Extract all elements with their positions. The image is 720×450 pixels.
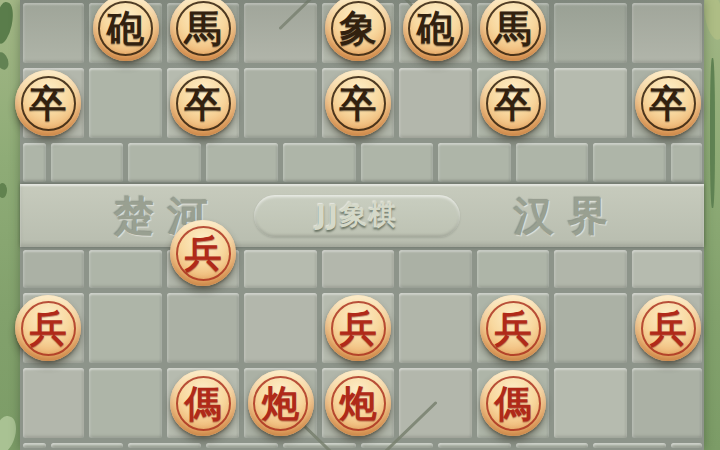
piece-black-pawn[interactable]: 卒 [325,70,391,136]
piece-red-pawn[interactable]: 兵 [480,295,546,361]
stone-tile[interactable] [89,293,162,363]
stone-tile[interactable] [399,293,472,363]
piece-red-pawn[interactable]: 兵 [15,295,81,361]
xiangqi-game-screen: 楚河 JJ象棋 汉界 砲馬象砲馬卒卒卒卒卒兵兵兵兵兵傌炮炮傌 [0,0,720,450]
stone-tile[interactable] [671,443,702,448]
stone-tile[interactable] [128,143,201,182]
stone-tile[interactable] [554,250,627,289]
jj-xiangqi-logo-text: JJ象棋 [316,197,398,233]
piece-character: 兵 [650,310,687,347]
point-marker [112,389,140,417]
stone-tile[interactable] [23,368,85,438]
piece-red-cannon[interactable]: 炮 [248,370,314,436]
stone-tile[interactable] [399,68,472,138]
river-label-han-jie: 汉界 [514,188,622,243]
stone-tile[interactable] [23,250,85,289]
stone-tile[interactable] [244,293,317,363]
stone-tile[interactable] [206,443,279,448]
stone-tile[interactable] [516,443,589,448]
piece-character: 卒 [495,85,532,122]
stone-tile[interactable] [632,368,702,438]
stone-tile[interactable] [23,143,46,182]
stone-tile[interactable] [283,443,356,448]
stone-tile[interactable] [244,250,317,289]
stone-tile[interactable] [51,143,124,182]
stone-tile[interactable] [51,443,124,448]
piece-character: 炮 [262,385,299,422]
piece-character: 兵 [495,310,532,347]
piece-character: 兵 [30,310,67,347]
stone-tile[interactable] [23,443,46,448]
stone-tile[interactable] [244,68,317,138]
stone-tile[interactable] [23,3,85,64]
piece-red-pawn[interactable]: 兵 [635,295,701,361]
river-band: 楚河 JJ象棋 汉界 [20,184,704,247]
leaf-decoration [0,414,20,450]
piece-character: 兵 [340,310,377,347]
piece-character: 炮 [340,385,377,422]
stone-tile[interactable] [554,68,627,138]
stone-tile[interactable] [322,250,395,289]
point-marker [577,389,605,417]
piece-character: 馬 [185,10,222,47]
piece-black-pawn[interactable]: 卒 [15,70,81,136]
piece-character: 傌 [495,385,532,422]
stone-tile[interactable] [89,250,162,289]
piece-character: 兵 [185,235,222,272]
stone-tile[interactable] [399,250,472,289]
stone-tile[interactable] [128,443,201,448]
piece-character: 象 [340,10,377,47]
stone-tile[interactable] [554,293,627,363]
stone-tile[interactable] [438,143,511,182]
piece-character: 卒 [340,85,377,122]
stone-tile[interactable] [593,443,666,448]
piece-red-pawn[interactable]: 兵 [325,295,391,361]
piece-character: 卒 [650,85,687,122]
piece-character: 馬 [495,10,532,47]
piece-black-pawn[interactable]: 卒 [635,70,701,136]
piece-character: 砲 [417,10,454,47]
stone-tile[interactable] [244,3,317,64]
stone-tile[interactable] [206,143,279,182]
piece-character: 砲 [107,10,144,47]
piece-black-pawn[interactable]: 卒 [480,70,546,136]
stone-tile[interactable] [516,143,589,182]
stone-tile[interactable] [283,143,356,182]
jj-xiangqi-logo-pill: JJ象棋 [254,195,460,237]
stone-tile[interactable] [438,443,511,448]
piece-character: 卒 [185,85,222,122]
leaf-decoration [0,1,16,45]
xiangqi-board[interactable]: 楚河 JJ象棋 汉界 砲馬象砲馬卒卒卒卒卒兵兵兵兵兵傌炮炮傌 [20,0,704,450]
stone-tile[interactable] [477,250,550,289]
piece-character: 卒 [30,85,67,122]
leaf-decoration [710,58,715,208]
stone-tile[interactable] [593,143,666,182]
piece-black-pawn[interactable]: 卒 [170,70,236,136]
point-marker [189,314,217,342]
stone-tile[interactable] [671,143,702,182]
point-marker [577,14,605,42]
stone-tile[interactable] [632,250,702,289]
leaf-decoration [0,183,7,198]
stone-tile[interactable] [632,3,702,64]
piece-red-cannon[interactable]: 炮 [325,370,391,436]
stone-tile[interactable] [361,143,434,182]
piece-black-cannon[interactable]: 砲 [93,0,159,61]
piece-black-cannon[interactable]: 砲 [403,0,469,61]
stone-tile[interactable] [89,68,162,138]
piece-red-horse[interactable]: 傌 [170,370,236,436]
stone-tile[interactable] [399,368,472,438]
leaf-decoration [0,51,11,72]
stone-tile[interactable] [361,443,434,448]
piece-red-horse[interactable]: 傌 [480,370,546,436]
piece-character: 傌 [185,385,222,422]
piece-red-pawn[interactable]: 兵 [170,220,236,286]
